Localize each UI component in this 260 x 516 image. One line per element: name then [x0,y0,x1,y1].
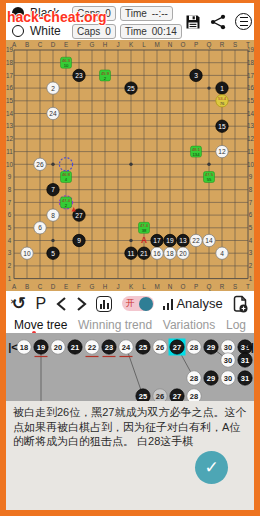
export-file-icon[interactable] [232,295,248,313]
svg-text:16: 16 [153,250,161,257]
svg-text:C: C [38,41,43,48]
black-time-label: Time [125,8,147,19]
svg-text:21: 21 [140,250,148,257]
svg-text:10: 10 [64,63,69,68]
black-time-box: Time --:-- [120,6,173,21]
white-player-name: White [30,24,72,38]
svg-text:T: T [246,41,250,48]
svg-text:A: A [12,283,17,290]
svg-text:29: 29 [207,343,215,352]
svg-text:3: 3 [8,249,12,256]
svg-text:H: H [103,283,108,290]
svg-text:20: 20 [54,343,62,352]
svg-text:14: 14 [205,237,213,244]
svg-text:38: 38 [142,228,147,233]
svg-text:20: 20 [179,250,187,257]
svg-text:D: D [51,41,56,48]
svg-text:B: B [25,283,29,290]
svg-text:14: 14 [6,110,13,117]
svg-text:10: 10 [23,250,31,257]
svg-text:19: 19 [6,46,13,53]
svg-text:26: 26 [36,161,44,168]
svg-text:18: 18 [20,343,28,352]
svg-text:30: 30 [224,343,232,352]
svg-text:15: 15 [218,123,226,130]
svg-text:F: F [77,283,81,290]
svg-text:9: 9 [249,173,253,180]
next-move-icon[interactable] [76,296,87,312]
svg-text:22: 22 [192,237,200,244]
svg-text:8: 8 [8,186,12,193]
svg-text:55: 55 [207,177,212,182]
svg-text:18: 18 [6,59,13,66]
black-time-value: --:-- [152,8,168,19]
prev-move-icon[interactable] [56,296,67,312]
svg-text:24: 24 [49,110,57,117]
svg-text:D: D [51,283,56,290]
white-caps-value: 0 [105,26,111,37]
save-icon[interactable] [185,14,201,30]
svg-text:M: M [154,41,159,48]
white-time-value: 00:14 [152,26,177,37]
toolbar: ↺✕ P 开 Analyse [6,291,254,316]
menu-icon[interactable] [235,13,252,30]
svg-text:30: 30 [224,374,232,383]
analyse-button[interactable]: Analyse [163,297,223,310]
svg-text:T: T [246,283,250,290]
move-tree-panel[interactable]: 1819202122232425262728293031303128293031… [6,333,254,401]
svg-text:S: S [233,41,237,48]
svg-text:4: 4 [8,237,12,244]
svg-text:17: 17 [247,72,254,79]
svg-text:25: 25 [127,85,135,92]
svg-text:31: 31 [241,374,249,383]
svg-text:8: 8 [51,212,55,219]
svg-text:B: B [25,41,29,48]
white-caps-label: Caps [77,26,100,37]
svg-text:4: 4 [220,250,224,257]
svg-text:O: O [181,41,186,48]
go-board[interactable]: AA1919BB1818CC1717DD1616EE1515FF1414GG13… [6,40,254,291]
commentary-text: 被白走到26位，黑27就成为双方必争之点。这个点如果再被白棋占到，因为征子对白有… [6,401,254,449]
header-icons [185,3,252,40]
svg-text:28: 28 [190,392,198,401]
svg-text:30: 30 [224,356,232,365]
svg-text:1: 1 [249,275,253,282]
white-caps-box: Caps 0 [72,24,116,39]
svg-text:|<: |< [8,341,18,353]
svg-text:G: G [90,41,95,48]
svg-text:12: 12 [218,148,226,155]
svg-text:J: J [116,283,119,290]
svg-text:31: 31 [241,356,249,365]
white-time-box: Time 00:14 [120,24,182,39]
svg-text:5: 5 [8,224,12,231]
svg-text:N: N [168,41,173,48]
svg-text:7: 7 [51,186,55,193]
toggle-knob [139,297,153,311]
white-stone-icon [12,25,24,37]
svg-text:16: 16 [6,84,13,91]
tab-move-tree-label: Move tree [14,318,67,332]
svg-text:23: 23 [105,343,113,352]
svg-text:11: 11 [247,148,254,155]
svg-text:26: 26 [156,392,164,401]
pass-button[interactable]: P [36,295,47,313]
svg-text:22: 22 [88,343,96,352]
analyse-label: Analyse [176,297,222,310]
share-icon[interactable] [210,14,226,30]
tab-bar: Move tree Winning trend Variations Log [6,316,254,333]
svg-text:6: 6 [249,211,253,218]
svg-text:12: 12 [247,135,254,142]
svg-text:13: 13 [6,122,13,129]
svg-text:C: C [38,283,43,290]
white-time-label: Time [125,26,147,37]
svg-text:N: N [168,283,173,290]
svg-text:10: 10 [247,161,254,168]
undo-x-badge: ✕ [10,293,16,310]
svg-text:27: 27 [173,392,181,401]
svg-text:14: 14 [247,110,254,117]
svg-text:15: 15 [6,97,13,104]
graph-panel-icon[interactable] [96,296,112,312]
svg-text:K: K [129,41,134,48]
svg-text:13: 13 [247,122,254,129]
svg-text:M: M [154,283,159,290]
svg-text:19: 19 [166,237,174,244]
analyse-bars-icon [163,299,174,310]
svg-text:3: 3 [249,249,253,256]
svg-text:2: 2 [8,262,12,269]
svg-text:8: 8 [249,186,253,193]
svg-text:18: 18 [166,250,174,257]
svg-text:L: L [142,41,146,48]
svg-text:E: E [64,283,68,290]
svg-text:27: 27 [75,212,83,219]
svg-text:J: J [116,41,119,48]
svg-text:25: 25 [139,392,147,401]
tab-move-tree[interactable]: Move tree [14,318,67,332]
svg-text:7: 7 [249,199,253,206]
board-svg-holder: AA1919BB1818CC1717DD1616EE1515FF1414GG13… [6,40,254,295]
svg-text:18: 18 [247,59,254,66]
svg-text:P: P [194,283,198,290]
confirm-fab-button[interactable]: ✓ [195,451,228,484]
svg-text:2: 2 [249,262,253,269]
svg-text:R: R [220,283,225,290]
svg-text:G: G [90,283,95,290]
svg-text:6: 6 [8,211,12,218]
svg-text:2: 2 [51,85,55,92]
svg-text:28: 28 [190,374,198,383]
svg-text:21: 21 [71,343,79,352]
svg-text:29: 29 [207,374,215,383]
watermark-text: hack-cheat.org [7,9,107,25]
analysis-toggle[interactable]: 开 [122,296,154,311]
svg-text:P: P [194,41,198,48]
svg-text:11: 11 [6,148,13,155]
go-app-window: hack-cheat.org Black Caps 0 Time --:-- W… [0,0,260,516]
toggle-on-label: 开 [126,297,135,310]
svg-text:3: 3 [194,72,198,79]
undo-x-icon[interactable]: ↺✕ [12,295,26,312]
svg-text:F: F [77,41,81,48]
svg-text:15: 15 [247,97,254,104]
svg-text:25: 25 [139,343,147,352]
svg-text:O: O [181,283,186,290]
svg-text:23: 23 [75,72,83,79]
tree-svg-holder: 1819202122232425262728293031303128293031… [6,333,254,401]
svg-text:R: R [220,41,225,48]
check-icon: ✓ [204,457,218,478]
svg-text:13: 13 [179,237,187,244]
svg-text:26: 26 [156,343,164,352]
svg-text:L: L [142,283,146,290]
svg-text:1: 1 [8,275,12,282]
svg-text:9: 9 [8,173,12,180]
svg-text:16: 16 [247,84,254,91]
svg-text:E: E [64,41,68,48]
svg-text:5: 5 [249,224,253,231]
svg-text:>|: >| [244,341,254,353]
svg-text:19: 19 [37,343,45,352]
svg-text:134: 134 [193,152,201,157]
svg-text:7: 7 [8,199,12,206]
svg-text:24: 24 [122,343,131,352]
svg-text:28: 28 [190,343,198,352]
svg-text:H: H [103,41,108,48]
tab-winning-trend[interactable]: Winning trend [78,318,152,332]
svg-text:10: 10 [6,161,13,168]
svg-text:4: 4 [249,237,253,244]
svg-text:A: A [141,236,147,245]
svg-text:5: 5 [51,250,55,257]
svg-text:12: 12 [6,135,13,142]
svg-text:K: K [129,283,134,290]
svg-text:Q: Q [207,41,212,49]
svg-text:Q: Q [207,283,212,291]
svg-text:6: 6 [38,224,42,231]
bottom-panel: 被白走到26位，黑27就成为双方必争之点。这个点如果再被白棋占到，因为征子对白有… [6,401,254,510]
menu-lines [240,17,248,26]
tab-log[interactable]: Log [226,318,246,332]
tab-variations[interactable]: Variations [163,318,215,332]
svg-text:9: 9 [77,237,81,244]
svg-text:17: 17 [153,237,161,244]
svg-text:76: 76 [220,101,225,106]
svg-text:1: 1 [220,85,224,92]
svg-text:S: S [233,283,237,290]
svg-text:27: 27 [173,343,181,352]
svg-text:17: 17 [6,72,13,79]
svg-text:11: 11 [128,250,135,257]
